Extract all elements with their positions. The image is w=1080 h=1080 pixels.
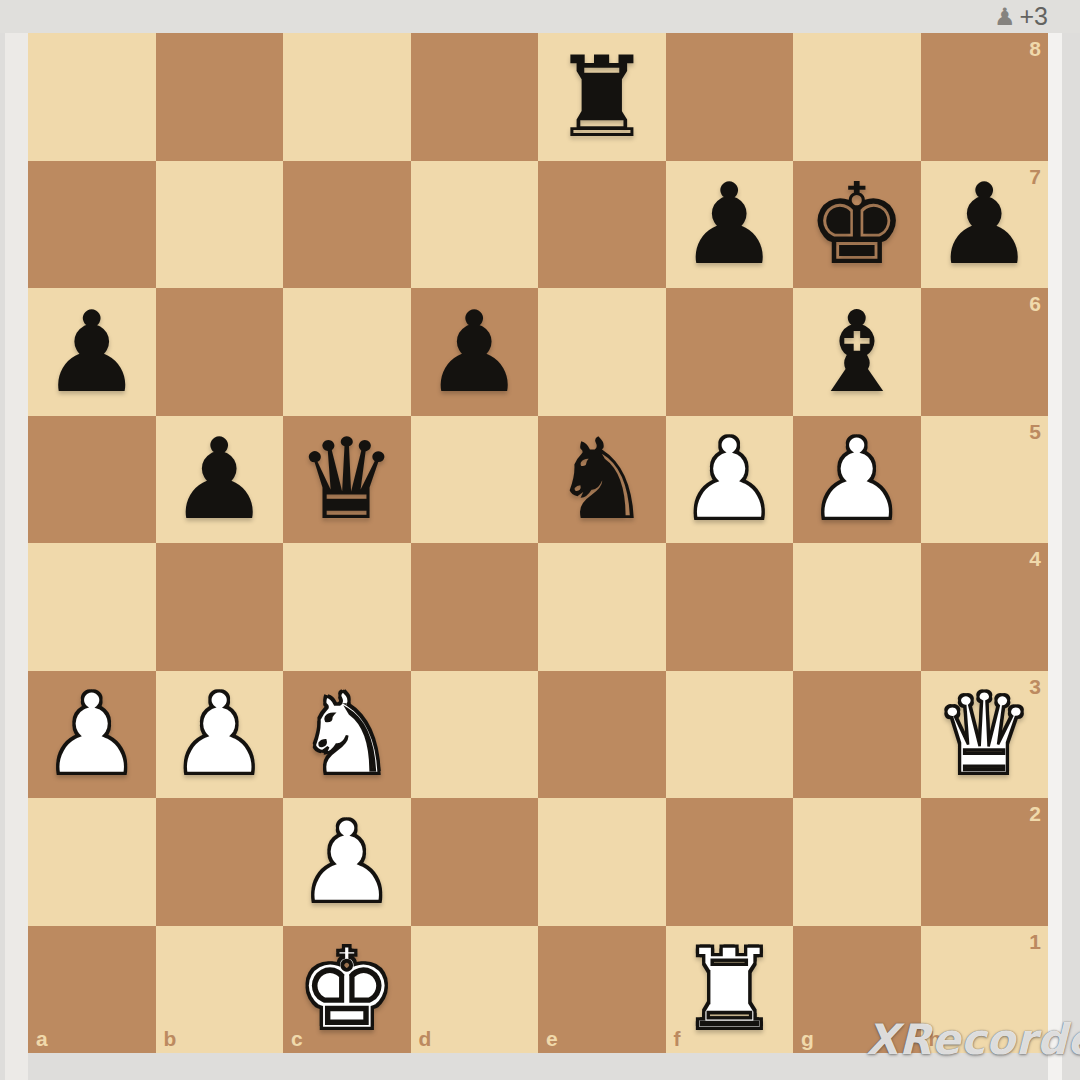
file-label-a: a bbox=[36, 1028, 48, 1049]
square-b7[interactable] bbox=[156, 161, 284, 289]
square-d1[interactable]: d bbox=[411, 926, 539, 1054]
black-rook[interactable]: ♜ bbox=[552, 41, 652, 153]
square-a4[interactable] bbox=[28, 543, 156, 671]
square-h8[interactable]: 8 bbox=[921, 33, 1049, 161]
square-d5[interactable] bbox=[411, 416, 539, 544]
square-f1[interactable]: ♜f bbox=[666, 926, 794, 1054]
square-c6[interactable] bbox=[283, 288, 411, 416]
black-bishop[interactable]: ♝ bbox=[807, 296, 907, 408]
square-g7[interactable]: ♚ bbox=[793, 161, 921, 289]
white-pawn[interactable]: ♟ bbox=[807, 423, 907, 535]
square-a7[interactable] bbox=[28, 161, 156, 289]
square-g8[interactable] bbox=[793, 33, 921, 161]
file-label-g: g bbox=[801, 1028, 814, 1049]
square-e2[interactable] bbox=[538, 798, 666, 926]
square-d8[interactable] bbox=[411, 33, 539, 161]
square-c1[interactable]: ♚c bbox=[283, 926, 411, 1054]
square-h2[interactable]: 2 bbox=[921, 798, 1049, 926]
file-label-b: b bbox=[164, 1028, 177, 1049]
black-queen[interactable]: ♛ bbox=[297, 423, 397, 535]
square-d3[interactable] bbox=[411, 671, 539, 799]
black-pawn[interactable]: ♟ bbox=[424, 296, 524, 408]
square-c8[interactable] bbox=[283, 33, 411, 161]
square-d6[interactable]: ♟ bbox=[411, 288, 539, 416]
square-e7[interactable] bbox=[538, 161, 666, 289]
square-e5[interactable]: ♞ bbox=[538, 416, 666, 544]
chess-board: ♜8♟♚♟7♟♟♝6♟♛♞♟♟54♟♟♞♛3♟2ab♚cde♜fg1h bbox=[28, 33, 1048, 1053]
rank-label-3: 3 bbox=[1029, 676, 1041, 697]
file-label-d: d bbox=[419, 1028, 432, 1049]
square-e4[interactable] bbox=[538, 543, 666, 671]
square-f2[interactable] bbox=[666, 798, 794, 926]
square-c7[interactable] bbox=[283, 161, 411, 289]
rank-label-5: 5 bbox=[1029, 421, 1041, 442]
square-c4[interactable] bbox=[283, 543, 411, 671]
square-b6[interactable] bbox=[156, 288, 284, 416]
rank-label-1: 1 bbox=[1029, 931, 1041, 952]
square-d4[interactable] bbox=[411, 543, 539, 671]
square-f6[interactable] bbox=[666, 288, 794, 416]
square-a5[interactable] bbox=[28, 416, 156, 544]
square-b5[interactable]: ♟ bbox=[156, 416, 284, 544]
white-knight[interactable]: ♞ bbox=[297, 678, 397, 790]
white-queen[interactable]: ♛ bbox=[934, 678, 1034, 790]
square-h5[interactable]: 5 bbox=[921, 416, 1049, 544]
rank-label-2: 2 bbox=[1029, 803, 1041, 824]
pawn-icon: ♟ bbox=[994, 5, 1016, 29]
square-f5[interactable]: ♟ bbox=[666, 416, 794, 544]
square-a8[interactable] bbox=[28, 33, 156, 161]
square-c2[interactable]: ♟ bbox=[283, 798, 411, 926]
square-f3[interactable] bbox=[666, 671, 794, 799]
white-pawn[interactable]: ♟ bbox=[42, 678, 142, 790]
square-d7[interactable] bbox=[411, 161, 539, 289]
white-pawn[interactable]: ♟ bbox=[679, 423, 779, 535]
rank-label-6: 6 bbox=[1029, 293, 1041, 314]
white-rook[interactable]: ♜ bbox=[679, 933, 779, 1045]
square-b2[interactable] bbox=[156, 798, 284, 926]
file-label-e: e bbox=[546, 1028, 558, 1049]
black-pawn[interactable]: ♟ bbox=[42, 296, 142, 408]
square-h6[interactable]: 6 bbox=[921, 288, 1049, 416]
square-d2[interactable] bbox=[411, 798, 539, 926]
square-e8[interactable]: ♜ bbox=[538, 33, 666, 161]
square-c3[interactable]: ♞ bbox=[283, 671, 411, 799]
square-g2[interactable] bbox=[793, 798, 921, 926]
square-g6[interactable]: ♝ bbox=[793, 288, 921, 416]
square-a1[interactable]: a bbox=[28, 926, 156, 1054]
black-pawn[interactable]: ♟ bbox=[169, 423, 269, 535]
rank-label-4: 4 bbox=[1029, 548, 1041, 569]
square-g4[interactable] bbox=[793, 543, 921, 671]
square-h4[interactable]: 4 bbox=[921, 543, 1049, 671]
black-king[interactable]: ♚ bbox=[807, 168, 907, 280]
square-f7[interactable]: ♟ bbox=[666, 161, 794, 289]
rank-label-7: 7 bbox=[1029, 166, 1041, 187]
black-knight[interactable]: ♞ bbox=[552, 423, 652, 535]
white-pawn[interactable]: ♟ bbox=[297, 806, 397, 918]
black-pawn[interactable]: ♟ bbox=[679, 168, 779, 280]
file-label-c: c bbox=[291, 1028, 303, 1049]
square-a6[interactable]: ♟ bbox=[28, 288, 156, 416]
xrecorder-watermark: XRecorder bbox=[866, 1019, 1080, 1061]
right-panel-edge bbox=[1048, 33, 1062, 1080]
white-pawn[interactable]: ♟ bbox=[169, 678, 269, 790]
square-h3[interactable]: ♛3 bbox=[921, 671, 1049, 799]
file-label-f: f bbox=[674, 1028, 681, 1049]
left-panel-edge bbox=[5, 33, 28, 1080]
square-f8[interactable] bbox=[666, 33, 794, 161]
square-g5[interactable]: ♟ bbox=[793, 416, 921, 544]
square-e6[interactable] bbox=[538, 288, 666, 416]
square-f4[interactable] bbox=[666, 543, 794, 671]
rank-label-8: 8 bbox=[1029, 38, 1041, 59]
square-g3[interactable] bbox=[793, 671, 921, 799]
white-king[interactable]: ♚ bbox=[297, 933, 397, 1045]
material-advantage-value: +3 bbox=[1019, 4, 1048, 29]
material-advantage-indicator: ♟ +3 bbox=[994, 2, 1048, 31]
square-b4[interactable] bbox=[156, 543, 284, 671]
square-e1[interactable]: e bbox=[538, 926, 666, 1054]
square-h7[interactable]: ♟7 bbox=[921, 161, 1049, 289]
black-pawn[interactable]: ♟ bbox=[934, 168, 1034, 280]
square-b8[interactable] bbox=[156, 33, 284, 161]
top-bar bbox=[0, 0, 1080, 33]
square-a3[interactable]: ♟ bbox=[28, 671, 156, 799]
square-e3[interactable] bbox=[538, 671, 666, 799]
square-b3[interactable]: ♟ bbox=[156, 671, 284, 799]
square-b1[interactable]: b bbox=[156, 926, 284, 1054]
square-c5[interactable]: ♛ bbox=[283, 416, 411, 544]
square-a2[interactable] bbox=[28, 798, 156, 926]
